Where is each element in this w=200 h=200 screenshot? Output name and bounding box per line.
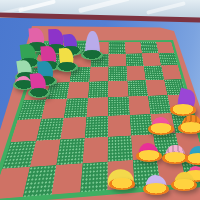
square-d6[interactable] (84, 116, 108, 138)
square-b5[interactable] (41, 99, 67, 119)
square-e1[interactable] (109, 42, 126, 54)
light-streak (146, 1, 186, 15)
yellow-base (178, 122, 200, 134)
square-f1[interactable] (125, 42, 142, 54)
yellow-base (148, 123, 174, 135)
square-f5[interactable] (128, 96, 150, 115)
square-f3[interactable] (126, 66, 145, 81)
green-base (81, 50, 103, 60)
square-h2[interactable] (158, 53, 178, 66)
square-c6[interactable] (60, 117, 86, 140)
square-f2[interactable] (125, 53, 143, 66)
square-c4[interactable] (67, 81, 89, 98)
square-c5[interactable] (64, 98, 88, 118)
square-c7[interactable] (56, 138, 84, 165)
yellow-base (143, 183, 169, 195)
light-streak (18, 0, 56, 13)
square-f4[interactable] (127, 80, 148, 97)
photo-scene (0, 0, 200, 200)
square-e3[interactable] (108, 66, 127, 81)
square-e7[interactable] (108, 136, 133, 162)
square-d7[interactable] (82, 137, 108, 163)
square-c8[interactable] (52, 163, 83, 195)
square-h1[interactable] (156, 42, 174, 53)
square-e5[interactable] (108, 96, 129, 115)
square-d3[interactable] (89, 67, 108, 82)
square-e4[interactable] (108, 80, 128, 97)
square-e6[interactable] (108, 115, 131, 137)
green-base (28, 88, 50, 98)
yellow-base (171, 179, 197, 191)
square-d8[interactable] (80, 161, 108, 192)
square-h3[interactable] (161, 65, 182, 79)
light-streak (78, 0, 130, 13)
square-e2[interactable] (108, 53, 126, 66)
yellow-base (109, 178, 135, 190)
square-d4[interactable] (88, 81, 109, 98)
yellow-base (136, 150, 162, 162)
square-d5[interactable] (86, 97, 108, 116)
green-base (56, 62, 78, 72)
